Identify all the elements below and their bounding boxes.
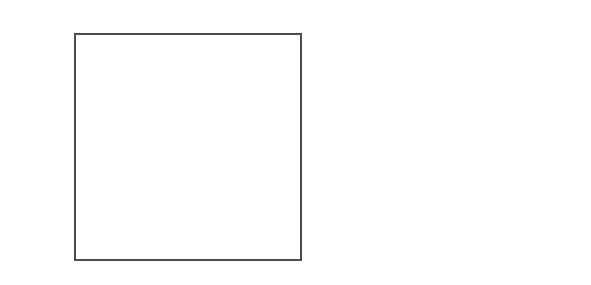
- corner-spacer: [48, 10, 74, 33]
- puzzle-block: [48, 10, 302, 261]
- puzzle-canvas: [0, 0, 591, 285]
- column-clues: [74, 10, 302, 33]
- puzzle-board: [74, 33, 302, 261]
- row-clues: [48, 33, 74, 261]
